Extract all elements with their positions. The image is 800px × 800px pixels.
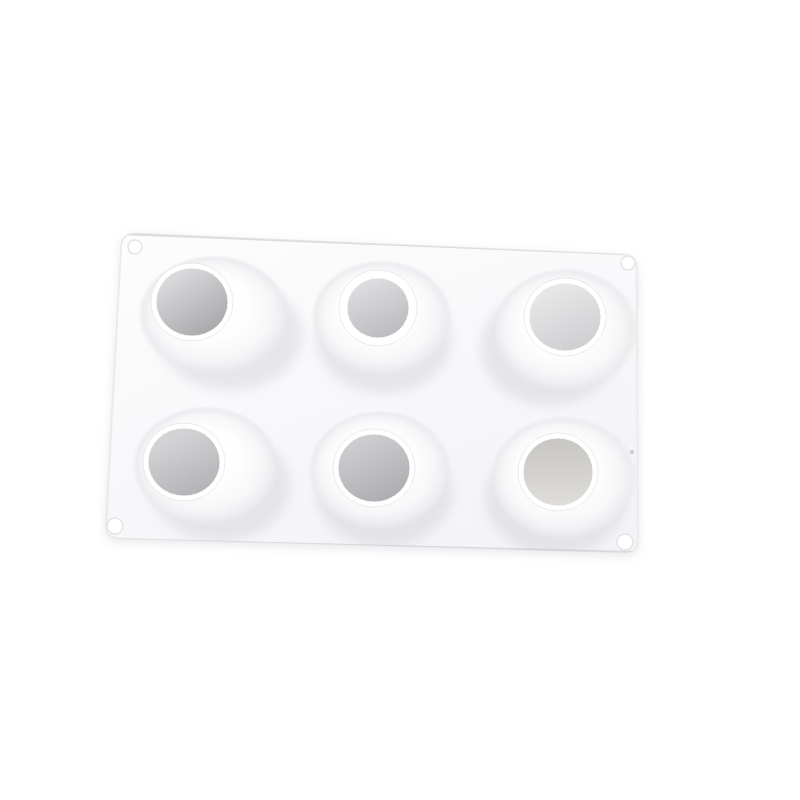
surface-speck (630, 450, 634, 454)
cavity-opening (529, 283, 601, 351)
silicone-mold-photo (0, 0, 800, 800)
silicone-mold (106, 234, 639, 555)
corner-hole-1 (128, 240, 142, 254)
cavity-opening (347, 278, 409, 338)
mold-right-edge (636, 257, 637, 551)
cavity-opening (523, 438, 593, 506)
product-photo-canvas (0, 0, 800, 800)
cavity-top-center (311, 260, 453, 393)
corner-hole-2 (621, 256, 635, 270)
cavity-opening (148, 428, 220, 496)
corner-hole-3 (107, 518, 123, 534)
corner-hole-4 (617, 534, 633, 550)
cavity-opening (338, 434, 410, 502)
cavity-opening (156, 268, 228, 336)
